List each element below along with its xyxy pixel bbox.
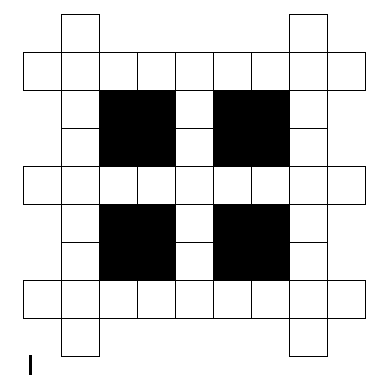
- block-cell-2-2: [99, 90, 138, 129]
- grid-cell-7-0[interactable]: [23, 280, 62, 319]
- block-cell-5-3: [137, 204, 176, 243]
- grid-cell-5-7[interactable]: [289, 204, 328, 243]
- block-cell-2-6: [251, 90, 290, 129]
- grid-cell-1-5[interactable]: [213, 52, 252, 91]
- board: [0, 0, 386, 382]
- grid-cell-4-5[interactable]: [213, 166, 252, 205]
- grid-cell-1-7[interactable]: [289, 52, 328, 91]
- block-cell-6-2: [99, 242, 138, 281]
- grid-cell-7-5[interactable]: [213, 280, 252, 319]
- grid-cell-7-7[interactable]: [289, 280, 328, 319]
- grid-cell-2-1[interactable]: [61, 90, 100, 129]
- grid-cell-7-8[interactable]: [327, 280, 366, 319]
- block-cell-3-5: [213, 128, 252, 167]
- grid-cell-6-4[interactable]: [175, 242, 214, 281]
- grid-cell-3-1[interactable]: [61, 128, 100, 167]
- block-cell-3-2: [99, 128, 138, 167]
- grid-cell-1-6[interactable]: [251, 52, 290, 91]
- grid-cell-1-4[interactable]: [175, 52, 214, 91]
- grid-cell-4-6[interactable]: [251, 166, 290, 205]
- grid-cell-7-6[interactable]: [251, 280, 290, 319]
- grid-cell-8-7[interactable]: [289, 318, 328, 357]
- grid-cell-4-3[interactable]: [137, 166, 176, 205]
- block-cell-3-3: [137, 128, 176, 167]
- grid-cell-8-1[interactable]: [61, 318, 100, 357]
- block-cell-6-3: [137, 242, 176, 281]
- block-cell-3-6: [251, 128, 290, 167]
- grid-cell-1-1[interactable]: [61, 52, 100, 91]
- block-cell-6-6: [251, 242, 290, 281]
- grid-cell-3-4[interactable]: [175, 128, 214, 167]
- grid-cell-4-0[interactable]: [23, 166, 62, 205]
- grid-cell-1-2[interactable]: [99, 52, 138, 91]
- grid-cell-4-2[interactable]: [99, 166, 138, 205]
- block-cell-5-6: [251, 204, 290, 243]
- grid-cell-5-4[interactable]: [175, 204, 214, 243]
- grid-cell-1-3[interactable]: [137, 52, 176, 91]
- grid-cell-7-2[interactable]: [99, 280, 138, 319]
- block-cell-2-5: [213, 90, 252, 129]
- block-cell-5-5: [213, 204, 252, 243]
- grid-cell-2-7[interactable]: [289, 90, 328, 129]
- grid-cell-7-4[interactable]: [175, 280, 214, 319]
- grid-cell-1-8[interactable]: [327, 52, 366, 91]
- grid-cell-0-7[interactable]: [289, 14, 328, 53]
- grid-cell-6-1[interactable]: [61, 242, 100, 281]
- grid-cell-7-3[interactable]: [137, 280, 176, 319]
- block-cell-6-5: [213, 242, 252, 281]
- grid-cell-4-7[interactable]: [289, 166, 328, 205]
- block-cell-2-3: [137, 90, 176, 129]
- puzzle-canvas: [0, 0, 386, 382]
- grid-cell-5-1[interactable]: [61, 204, 100, 243]
- grid-cell-6-7[interactable]: [289, 242, 328, 281]
- grid-cell-2-4[interactable]: [175, 90, 214, 129]
- grid-cell-4-8[interactable]: [327, 166, 366, 205]
- block-cell-5-2: [99, 204, 138, 243]
- grid-cell-1-0[interactable]: [23, 52, 62, 91]
- grid-cell-0-1[interactable]: [61, 14, 100, 53]
- grid-cell-4-1[interactable]: [61, 166, 100, 205]
- grid-cell-4-4[interactable]: [175, 166, 214, 205]
- grid-cell-3-7[interactable]: [289, 128, 328, 167]
- text-cursor: [29, 355, 32, 375]
- grid-cell-7-1[interactable]: [61, 280, 100, 319]
